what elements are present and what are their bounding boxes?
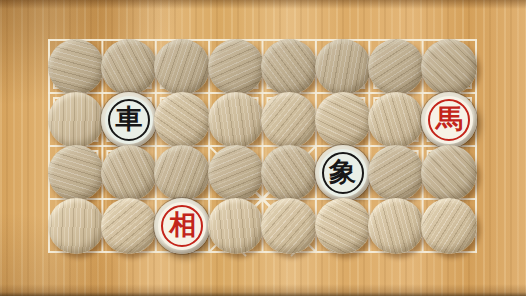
board-cell [423, 40, 476, 93]
board-cell [263, 146, 316, 199]
banqi-game-screen: { "game": "banqi", "game_label": "Banqi … [0, 0, 526, 296]
face-down-piece[interactable] [421, 198, 477, 254]
face-down-piece[interactable] [315, 198, 371, 254]
board-cell [369, 199, 422, 252]
board-cell [423, 199, 476, 252]
face-down-piece[interactable] [261, 92, 317, 148]
face-down-piece[interactable] [368, 39, 424, 95]
face-down-piece[interactable] [154, 39, 210, 95]
board-cell [263, 40, 316, 93]
board-cell [49, 199, 102, 252]
board-cell [263, 199, 316, 252]
face-down-piece[interactable] [208, 92, 264, 148]
face-down-piece[interactable] [48, 145, 104, 201]
face-down-piece[interactable] [154, 92, 210, 148]
piece-red-minister[interactable]: 相 [154, 198, 210, 254]
piece-face: 相 [158, 202, 206, 250]
face-down-piece[interactable] [101, 39, 157, 95]
piece-black-elephant[interactable]: 象 [315, 145, 371, 201]
board-cell: 象 [316, 146, 369, 199]
piece-character: 象 [329, 158, 356, 185]
board-cell [316, 199, 369, 252]
piece-face: 車 [105, 96, 153, 144]
board-cell [156, 146, 209, 199]
board-cell [369, 40, 422, 93]
board-cell: 馬 [423, 93, 476, 146]
board-cell [102, 40, 155, 93]
face-down-piece[interactable] [421, 145, 477, 201]
board-cell [369, 93, 422, 146]
piece-character: 馬 [436, 105, 463, 132]
board-cell [263, 93, 316, 146]
face-down-piece[interactable] [368, 92, 424, 148]
board-cell [423, 146, 476, 199]
face-down-piece[interactable] [48, 92, 104, 148]
board-cell [49, 93, 102, 146]
face-down-piece[interactable] [421, 39, 477, 95]
face-down-piece[interactable] [101, 145, 157, 201]
board-cell [102, 199, 155, 252]
piece-black-chariot[interactable]: 車 [101, 92, 157, 148]
board-cell [49, 146, 102, 199]
face-down-piece[interactable] [368, 198, 424, 254]
face-down-piece[interactable] [48, 198, 104, 254]
piece-character: 車 [116, 105, 143, 132]
board-cell [49, 40, 102, 93]
banqi-board[interactable]: 車馬象相 [49, 40, 476, 252]
piece-red-horse[interactable]: 馬 [421, 92, 477, 148]
face-down-piece[interactable] [154, 145, 210, 201]
piece-character: 相 [169, 211, 196, 238]
board-cell [209, 199, 262, 252]
face-down-piece[interactable] [261, 198, 317, 254]
board-cell [316, 40, 369, 93]
face-down-piece[interactable] [261, 145, 317, 201]
face-down-piece[interactable] [208, 198, 264, 254]
face-down-piece[interactable] [315, 92, 371, 148]
face-down-piece[interactable] [48, 39, 104, 95]
face-down-piece[interactable] [368, 145, 424, 201]
board-cell [369, 146, 422, 199]
board-cell [316, 93, 369, 146]
board-cell [209, 40, 262, 93]
face-down-piece[interactable] [315, 39, 371, 95]
piece-face: 象 [319, 149, 367, 197]
board-cell: 車 [102, 93, 155, 146]
face-down-piece[interactable] [208, 39, 264, 95]
face-down-piece[interactable] [208, 145, 264, 201]
board-cell [102, 146, 155, 199]
board-cell [209, 93, 262, 146]
board-cell [156, 40, 209, 93]
face-down-piece[interactable] [101, 198, 157, 254]
piece-face: 馬 [425, 96, 473, 144]
face-down-piece[interactable] [261, 39, 317, 95]
board-cell [156, 93, 209, 146]
board-cell [209, 146, 262, 199]
board-cell: 相 [156, 199, 209, 252]
